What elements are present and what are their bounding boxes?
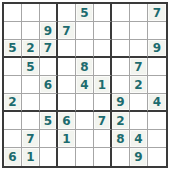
- cell-r3c5[interactable]: [76, 40, 94, 58]
- cell-r9c3[interactable]: [40, 148, 58, 166]
- cell-r8c3[interactable]: [40, 130, 58, 148]
- cell-r2c7[interactable]: [112, 22, 130, 40]
- cell-r1c1[interactable]: [4, 4, 22, 22]
- cell-r2c3[interactable]: 9: [40, 22, 58, 40]
- cell-r4c3[interactable]: [40, 58, 58, 76]
- cell-r6c4[interactable]: [58, 94, 76, 112]
- cell-r5c6[interactable]: 1: [94, 76, 112, 94]
- cell-r5c4[interactable]: [58, 76, 76, 94]
- cell-r6c2[interactable]: [22, 94, 40, 112]
- cell-r7c4[interactable]: 6: [58, 112, 76, 130]
- cell-r9c4[interactable]: [58, 148, 76, 166]
- sudoku-page: 57975279587641229456727184619: [0, 0, 170, 170]
- cell-r7c7[interactable]: 2: [112, 112, 130, 130]
- cell-r6c1[interactable]: 2: [4, 94, 22, 112]
- cell-r2c1[interactable]: [4, 22, 22, 40]
- cell-r8c4[interactable]: 1: [58, 130, 76, 148]
- cell-r2c4[interactable]: 7: [58, 22, 76, 40]
- cell-r5c1[interactable]: [4, 76, 22, 94]
- cell-r5c9[interactable]: [148, 76, 166, 94]
- cell-r2c5[interactable]: [76, 22, 94, 40]
- cell-r1c9[interactable]: 7: [148, 4, 166, 22]
- cell-r9c7[interactable]: [112, 148, 130, 166]
- cell-r6c6[interactable]: [94, 94, 112, 112]
- cell-r7c2[interactable]: [22, 112, 40, 130]
- cell-r4c4[interactable]: [58, 58, 76, 76]
- cell-r8c5[interactable]: [76, 130, 94, 148]
- cell-r6c8[interactable]: [130, 94, 148, 112]
- cell-r4c9[interactable]: [148, 58, 166, 76]
- cell-r2c8[interactable]: [130, 22, 148, 40]
- cell-r8c6[interactable]: [94, 130, 112, 148]
- cell-r9c6[interactable]: [94, 148, 112, 166]
- cell-r3c4[interactable]: [58, 40, 76, 58]
- cell-r3c1[interactable]: 5: [4, 40, 22, 58]
- cell-r8c9[interactable]: [148, 130, 166, 148]
- cell-r3c7[interactable]: [112, 40, 130, 58]
- cell-r3c2[interactable]: 2: [22, 40, 40, 58]
- cell-r5c5[interactable]: 4: [76, 76, 94, 94]
- cell-r3c9[interactable]: 9: [148, 40, 166, 58]
- cell-r9c5[interactable]: [76, 148, 94, 166]
- cell-r1c6[interactable]: [94, 4, 112, 22]
- cell-r7c8[interactable]: [130, 112, 148, 130]
- cell-r3c8[interactable]: [130, 40, 148, 58]
- cell-r9c2[interactable]: 1: [22, 148, 40, 166]
- cell-r2c9[interactable]: [148, 22, 166, 40]
- cell-r9c9[interactable]: [148, 148, 166, 166]
- cell-r4c6[interactable]: [94, 58, 112, 76]
- cell-r1c7[interactable]: [112, 4, 130, 22]
- cell-r6c7[interactable]: 9: [112, 94, 130, 112]
- cell-r7c5[interactable]: [76, 112, 94, 130]
- cell-r6c5[interactable]: [76, 94, 94, 112]
- cell-r8c1[interactable]: [4, 130, 22, 148]
- cell-r7c9[interactable]: [148, 112, 166, 130]
- cell-r1c8[interactable]: [130, 4, 148, 22]
- cell-r1c3[interactable]: [40, 4, 58, 22]
- cell-r4c2[interactable]: 5: [22, 58, 40, 76]
- cell-r3c6[interactable]: [94, 40, 112, 58]
- cell-r5c7[interactable]: [112, 76, 130, 94]
- cell-r8c8[interactable]: 4: [130, 130, 148, 148]
- cell-r6c3[interactable]: [40, 94, 58, 112]
- cell-r9c1[interactable]: 6: [4, 148, 22, 166]
- cell-r1c2[interactable]: [22, 4, 40, 22]
- cell-r2c6[interactable]: [94, 22, 112, 40]
- cell-r5c3[interactable]: 6: [40, 76, 58, 94]
- cell-r8c7[interactable]: 8: [112, 130, 130, 148]
- cell-r5c8[interactable]: 2: [130, 76, 148, 94]
- cell-r5c2[interactable]: [22, 76, 40, 94]
- cell-r4c1[interactable]: [4, 58, 22, 76]
- sudoku-board: 57975279587641229456727184619: [2, 2, 168, 168]
- cell-r7c6[interactable]: 7: [94, 112, 112, 130]
- cell-r6c9[interactable]: 4: [148, 94, 166, 112]
- cell-r9c8[interactable]: 9: [130, 148, 148, 166]
- cell-r8c2[interactable]: 7: [22, 130, 40, 148]
- cell-r1c5[interactable]: 5: [76, 4, 94, 22]
- cell-r2c2[interactable]: [22, 22, 40, 40]
- cell-r4c8[interactable]: 7: [130, 58, 148, 76]
- cell-r1c4[interactable]: [58, 4, 76, 22]
- cell-r3c3[interactable]: 7: [40, 40, 58, 58]
- cell-r4c5[interactable]: 8: [76, 58, 94, 76]
- cell-r4c7[interactable]: [112, 58, 130, 76]
- cell-r7c3[interactable]: 5: [40, 112, 58, 130]
- cell-r7c1[interactable]: [4, 112, 22, 130]
